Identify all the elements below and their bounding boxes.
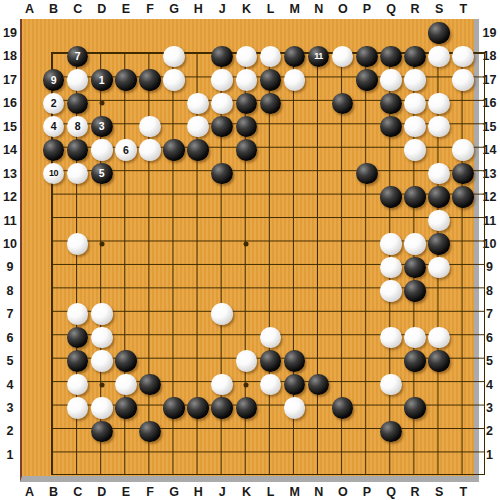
intersection-A2[interactable] <box>17 420 41 443</box>
intersection-K9[interactable] <box>234 256 258 279</box>
stone-black-M5[interactable] <box>284 350 306 372</box>
intersection-S8[interactable] <box>427 279 451 302</box>
intersection-B8[interactable] <box>42 279 66 302</box>
intersection-S12[interactable] <box>427 185 451 208</box>
intersection-J13[interactable] <box>210 162 234 185</box>
intersection-N10[interactable] <box>307 232 331 255</box>
stone-white-B16[interactable]: 2 <box>43 93 65 115</box>
intersection-L2[interactable] <box>258 420 282 443</box>
intersection-O12[interactable] <box>331 185 355 208</box>
intersection-N3[interactable] <box>307 396 331 419</box>
intersection-M19[interactable] <box>282 21 306 44</box>
intersection-C6[interactable] <box>66 326 90 349</box>
stone-white-L4[interactable] <box>260 374 282 396</box>
stone-black-E3[interactable] <box>115 397 137 419</box>
intersection-Q10[interactable] <box>379 232 403 255</box>
stone-black-G14[interactable] <box>163 139 185 161</box>
stone-white-Q6[interactable] <box>380 327 402 349</box>
intersection-F16[interactable] <box>138 92 162 115</box>
intersection-Q7[interactable] <box>379 303 403 326</box>
intersection-C11[interactable] <box>66 209 90 232</box>
intersection-T11[interactable] <box>451 209 475 232</box>
intersection-F13[interactable] <box>138 162 162 185</box>
intersection-N13[interactable] <box>307 162 331 185</box>
intersection-S16[interactable] <box>427 92 451 115</box>
intersection-F7[interactable] <box>138 303 162 326</box>
intersection-E8[interactable] <box>114 279 138 302</box>
intersection-G1[interactable] <box>162 443 186 466</box>
intersection-T19[interactable] <box>451 21 475 44</box>
intersection-E1[interactable] <box>114 443 138 466</box>
stone-white-C15[interactable]: 8 <box>67 116 89 138</box>
intersection-M12[interactable] <box>282 185 306 208</box>
intersection-A5[interactable] <box>17 349 41 372</box>
stone-white-D14[interactable] <box>91 139 113 161</box>
stone-black-L17[interactable] <box>260 69 282 91</box>
intersection-D10[interactable] <box>90 232 114 255</box>
stone-white-H16[interactable] <box>187 93 209 115</box>
stone-black-R18[interactable] <box>404 46 426 68</box>
intersection-O8[interactable] <box>331 279 355 302</box>
intersection-H8[interactable] <box>186 279 210 302</box>
intersection-L5[interactable] <box>258 349 282 372</box>
intersection-O10[interactable] <box>331 232 355 255</box>
intersection-S17[interactable] <box>427 68 451 91</box>
intersection-C8[interactable] <box>66 279 90 302</box>
intersection-K18[interactable] <box>234 45 258 68</box>
stone-black-N4[interactable] <box>308 374 330 396</box>
intersection-F10[interactable] <box>138 232 162 255</box>
stone-black-D15[interactable]: 3 <box>91 116 113 138</box>
intersection-F9[interactable] <box>138 256 162 279</box>
intersection-K12[interactable] <box>234 185 258 208</box>
intersection-Q4[interactable] <box>379 373 403 396</box>
intersection-B18[interactable] <box>42 45 66 68</box>
stone-white-F14[interactable] <box>139 139 161 161</box>
intersection-D3[interactable] <box>90 396 114 419</box>
intersection-L15[interactable] <box>258 115 282 138</box>
intersection-L18[interactable] <box>258 45 282 68</box>
stone-black-R9[interactable] <box>404 257 426 279</box>
intersection-M5[interactable] <box>282 349 306 372</box>
intersection-T9[interactable] <box>451 256 475 279</box>
intersection-L4[interactable] <box>258 373 282 396</box>
intersection-P17[interactable] <box>355 68 379 91</box>
intersection-K4[interactable] <box>234 373 258 396</box>
intersection-C4[interactable] <box>66 373 90 396</box>
intersection-K2[interactable] <box>234 420 258 443</box>
intersection-N1[interactable] <box>307 443 331 466</box>
intersection-G11[interactable] <box>162 209 186 232</box>
intersection-F19[interactable] <box>138 21 162 44</box>
intersection-P18[interactable] <box>355 45 379 68</box>
stone-white-K18[interactable] <box>236 46 258 68</box>
intersection-K3[interactable] <box>234 396 258 419</box>
intersection-J15[interactable] <box>210 115 234 138</box>
stone-black-K14[interactable] <box>236 139 258 161</box>
intersection-T1[interactable] <box>451 443 475 466</box>
intersection-A14[interactable] <box>17 138 41 161</box>
intersection-N17[interactable] <box>307 68 331 91</box>
intersection-J14[interactable] <box>210 138 234 161</box>
intersection-R9[interactable] <box>403 256 427 279</box>
intersection-T17[interactable] <box>451 68 475 91</box>
intersection-P14[interactable] <box>355 138 379 161</box>
intersection-R11[interactable] <box>403 209 427 232</box>
stone-white-S13[interactable] <box>428 163 450 185</box>
intersection-M6[interactable] <box>282 326 306 349</box>
stone-black-C5[interactable] <box>67 350 89 372</box>
stone-white-G17[interactable] <box>163 69 185 91</box>
intersection-J10[interactable] <box>210 232 234 255</box>
intersection-M16[interactable] <box>282 92 306 115</box>
intersection-Q6[interactable] <box>379 326 403 349</box>
intersection-N6[interactable] <box>307 326 331 349</box>
intersection-O2[interactable] <box>331 420 355 443</box>
intersection-M3[interactable] <box>282 396 306 419</box>
intersection-E14[interactable]: 6 <box>114 138 138 161</box>
intersection-S2[interactable] <box>427 420 451 443</box>
intersection-Q12[interactable] <box>379 185 403 208</box>
intersection-D15[interactable]: 3 <box>90 115 114 138</box>
intersection-S5[interactable] <box>427 349 451 372</box>
intersection-G4[interactable] <box>162 373 186 396</box>
intersection-F17[interactable] <box>138 68 162 91</box>
stone-black-K3[interactable] <box>236 397 258 419</box>
intersection-O18[interactable] <box>331 45 355 68</box>
intersection-M8[interactable] <box>282 279 306 302</box>
intersection-T18[interactable] <box>451 45 475 68</box>
intersection-L7[interactable] <box>258 303 282 326</box>
stone-white-S15[interactable] <box>428 116 450 138</box>
stone-black-T12[interactable] <box>452 186 474 208</box>
stone-white-D6[interactable] <box>91 327 113 349</box>
intersection-K10[interactable] <box>234 232 258 255</box>
intersection-G16[interactable] <box>162 92 186 115</box>
intersection-N9[interactable] <box>307 256 331 279</box>
stone-black-E5[interactable] <box>115 350 137 372</box>
intersection-N11[interactable] <box>307 209 331 232</box>
intersection-D19[interactable] <box>90 21 114 44</box>
intersection-A3[interactable] <box>17 396 41 419</box>
intersection-C1[interactable] <box>66 443 90 466</box>
intersection-J6[interactable] <box>210 326 234 349</box>
stone-black-R3[interactable] <box>404 397 426 419</box>
stone-black-C6[interactable] <box>67 327 89 349</box>
stone-black-Q12[interactable] <box>380 186 402 208</box>
intersection-T5[interactable] <box>451 349 475 372</box>
intersection-M17[interactable] <box>282 68 306 91</box>
intersection-L12[interactable] <box>258 185 282 208</box>
intersection-J12[interactable] <box>210 185 234 208</box>
intersection-O13[interactable] <box>331 162 355 185</box>
stone-black-Q16[interactable] <box>380 93 402 115</box>
intersection-Q19[interactable] <box>379 21 403 44</box>
intersection-Q2[interactable] <box>379 420 403 443</box>
intersection-N14[interactable] <box>307 138 331 161</box>
intersection-N5[interactable] <box>307 349 331 372</box>
intersection-C10[interactable] <box>66 232 90 255</box>
intersection-E4[interactable] <box>114 373 138 396</box>
intersection-P19[interactable] <box>355 21 379 44</box>
stone-white-C3[interactable] <box>67 397 89 419</box>
stone-black-S19[interactable] <box>428 22 450 44</box>
intersection-A6[interactable] <box>17 326 41 349</box>
intersection-R2[interactable] <box>403 420 427 443</box>
intersection-A13[interactable] <box>17 162 41 185</box>
intersection-E5[interactable] <box>114 349 138 372</box>
intersection-G3[interactable] <box>162 396 186 419</box>
stone-white-E14[interactable]: 6 <box>115 139 137 161</box>
intersection-J3[interactable] <box>210 396 234 419</box>
intersection-H17[interactable] <box>186 68 210 91</box>
intersection-L13[interactable] <box>258 162 282 185</box>
intersection-S1[interactable] <box>427 443 451 466</box>
intersection-D8[interactable] <box>90 279 114 302</box>
intersection-N18[interactable]: 11 <box>307 45 331 68</box>
intersection-K17[interactable] <box>234 68 258 91</box>
intersection-C18[interactable]: 7 <box>66 45 90 68</box>
intersection-K19[interactable] <box>234 21 258 44</box>
intersection-P8[interactable] <box>355 279 379 302</box>
stone-black-C14[interactable] <box>67 139 89 161</box>
intersection-D12[interactable] <box>90 185 114 208</box>
intersection-L9[interactable] <box>258 256 282 279</box>
intersection-C19[interactable] <box>66 21 90 44</box>
stone-white-S6[interactable] <box>428 327 450 349</box>
intersection-R16[interactable] <box>403 92 427 115</box>
stone-white-J4[interactable] <box>211 374 233 396</box>
intersection-L17[interactable] <box>258 68 282 91</box>
intersection-E11[interactable] <box>114 209 138 232</box>
stone-black-E17[interactable] <box>115 69 137 91</box>
intersection-G12[interactable] <box>162 185 186 208</box>
stone-white-M3[interactable] <box>284 397 306 419</box>
intersection-R3[interactable] <box>403 396 427 419</box>
stone-black-T13[interactable] <box>452 163 474 185</box>
intersection-A1[interactable] <box>17 443 41 466</box>
intersection-P9[interactable] <box>355 256 379 279</box>
intersection-P3[interactable] <box>355 396 379 419</box>
stone-white-B13[interactable]: 10 <box>43 163 65 185</box>
stone-white-D5[interactable] <box>91 350 113 372</box>
intersection-A15[interactable] <box>17 115 41 138</box>
intersection-Q14[interactable] <box>379 138 403 161</box>
intersection-B16[interactable]: 2 <box>42 92 66 115</box>
intersection-S15[interactable] <box>427 115 451 138</box>
intersection-H16[interactable] <box>186 92 210 115</box>
stone-black-R5[interactable] <box>404 350 426 372</box>
intersection-J18[interactable] <box>210 45 234 68</box>
intersection-E2[interactable] <box>114 420 138 443</box>
intersection-T10[interactable] <box>451 232 475 255</box>
stone-white-T18[interactable] <box>452 46 474 68</box>
intersection-J8[interactable] <box>210 279 234 302</box>
intersection-G10[interactable] <box>162 232 186 255</box>
stone-black-D17[interactable]: 1 <box>91 69 113 91</box>
intersection-M9[interactable] <box>282 256 306 279</box>
stone-white-K17[interactable] <box>236 69 258 91</box>
stone-black-J3[interactable] <box>211 397 233 419</box>
stone-black-J18[interactable] <box>211 46 233 68</box>
stone-black-K16[interactable] <box>236 93 258 115</box>
intersection-B7[interactable] <box>42 303 66 326</box>
intersection-H11[interactable] <box>186 209 210 232</box>
intersection-L14[interactable] <box>258 138 282 161</box>
stone-black-O3[interactable] <box>332 397 354 419</box>
intersection-L1[interactable] <box>258 443 282 466</box>
intersection-O4[interactable] <box>331 373 355 396</box>
intersection-B1[interactable] <box>42 443 66 466</box>
intersection-C5[interactable] <box>66 349 90 372</box>
intersection-B3[interactable] <box>42 396 66 419</box>
intersection-C15[interactable]: 8 <box>66 115 90 138</box>
intersection-D17[interactable]: 1 <box>90 68 114 91</box>
intersection-H9[interactable] <box>186 256 210 279</box>
intersection-H4[interactable] <box>186 373 210 396</box>
intersection-P6[interactable] <box>355 326 379 349</box>
intersection-F4[interactable] <box>138 373 162 396</box>
intersection-B10[interactable] <box>42 232 66 255</box>
intersection-R7[interactable] <box>403 303 427 326</box>
intersection-K14[interactable] <box>234 138 258 161</box>
intersection-R5[interactable] <box>403 349 427 372</box>
intersection-J5[interactable] <box>210 349 234 372</box>
intersection-B15[interactable]: 4 <box>42 115 66 138</box>
intersection-P2[interactable] <box>355 420 379 443</box>
stone-white-E4[interactable] <box>115 374 137 396</box>
intersection-J4[interactable] <box>210 373 234 396</box>
intersection-H6[interactable] <box>186 326 210 349</box>
intersection-R1[interactable] <box>403 443 427 466</box>
stone-black-Q18[interactable] <box>380 46 402 68</box>
stone-black-R8[interactable] <box>404 280 426 302</box>
intersection-R17[interactable] <box>403 68 427 91</box>
intersection-H12[interactable] <box>186 185 210 208</box>
intersection-T16[interactable] <box>451 92 475 115</box>
intersection-H14[interactable] <box>186 138 210 161</box>
stone-black-M18[interactable] <box>284 46 306 68</box>
intersection-H3[interactable] <box>186 396 210 419</box>
intersection-C3[interactable] <box>66 396 90 419</box>
intersection-A16[interactable] <box>17 92 41 115</box>
intersection-E18[interactable] <box>114 45 138 68</box>
intersection-O19[interactable] <box>331 21 355 44</box>
stone-white-S9[interactable] <box>428 257 450 279</box>
intersection-G8[interactable] <box>162 279 186 302</box>
intersection-H1[interactable] <box>186 443 210 466</box>
stone-black-B14[interactable] <box>43 139 65 161</box>
intersection-L8[interactable] <box>258 279 282 302</box>
intersection-R15[interactable] <box>403 115 427 138</box>
intersection-A10[interactable] <box>17 232 41 255</box>
stone-white-J7[interactable] <box>211 303 233 325</box>
intersection-N16[interactable] <box>307 92 331 115</box>
intersection-B14[interactable] <box>42 138 66 161</box>
intersection-N7[interactable] <box>307 303 331 326</box>
intersection-M7[interactable] <box>282 303 306 326</box>
stone-white-T17[interactable] <box>452 69 474 91</box>
stone-white-R10[interactable] <box>404 233 426 255</box>
intersection-S9[interactable] <box>427 256 451 279</box>
intersection-S10[interactable] <box>427 232 451 255</box>
stone-white-L18[interactable] <box>260 46 282 68</box>
intersection-K8[interactable] <box>234 279 258 302</box>
intersection-H2[interactable] <box>186 420 210 443</box>
intersection-K6[interactable] <box>234 326 258 349</box>
intersection-B17[interactable]: 9 <box>42 68 66 91</box>
intersection-B12[interactable] <box>42 185 66 208</box>
stone-black-F17[interactable] <box>139 69 161 91</box>
intersection-C12[interactable] <box>66 185 90 208</box>
intersection-K7[interactable] <box>234 303 258 326</box>
intersection-M15[interactable] <box>282 115 306 138</box>
intersection-R18[interactable] <box>403 45 427 68</box>
stone-white-G18[interactable] <box>163 46 185 68</box>
stone-black-C18[interactable]: 7 <box>67 46 89 68</box>
stone-black-L5[interactable] <box>260 350 282 372</box>
intersection-S6[interactable] <box>427 326 451 349</box>
intersection-Q13[interactable] <box>379 162 403 185</box>
intersection-P7[interactable] <box>355 303 379 326</box>
intersection-A12[interactable] <box>17 185 41 208</box>
intersection-S14[interactable] <box>427 138 451 161</box>
intersection-P15[interactable] <box>355 115 379 138</box>
intersection-H19[interactable] <box>186 21 210 44</box>
stone-white-D7[interactable] <box>91 303 113 325</box>
intersection-G13[interactable] <box>162 162 186 185</box>
stone-white-J16[interactable] <box>211 93 233 115</box>
intersection-O1[interactable] <box>331 443 355 466</box>
stone-black-B17[interactable]: 9 <box>43 69 65 91</box>
stone-black-K15[interactable] <box>236 116 258 138</box>
stone-white-H15[interactable] <box>187 116 209 138</box>
stone-white-R14[interactable] <box>404 139 426 161</box>
intersection-J9[interactable] <box>210 256 234 279</box>
intersection-R14[interactable] <box>403 138 427 161</box>
intersection-Q8[interactable] <box>379 279 403 302</box>
intersection-O9[interactable] <box>331 256 355 279</box>
stone-black-C16[interactable] <box>67 93 89 115</box>
intersection-D2[interactable] <box>90 420 114 443</box>
stone-white-O18[interactable] <box>332 46 354 68</box>
intersection-A8[interactable] <box>17 279 41 302</box>
intersection-G14[interactable] <box>162 138 186 161</box>
intersection-D1[interactable] <box>90 443 114 466</box>
intersection-C7[interactable] <box>66 303 90 326</box>
intersection-F2[interactable] <box>138 420 162 443</box>
intersection-E16[interactable] <box>114 92 138 115</box>
stone-white-R6[interactable] <box>404 327 426 349</box>
intersection-K13[interactable] <box>234 162 258 185</box>
stone-black-O16[interactable] <box>332 93 354 115</box>
intersection-T14[interactable] <box>451 138 475 161</box>
intersection-G17[interactable] <box>162 68 186 91</box>
intersection-R6[interactable] <box>403 326 427 349</box>
intersection-A7[interactable] <box>17 303 41 326</box>
intersection-R8[interactable] <box>403 279 427 302</box>
stone-black-F4[interactable] <box>139 374 161 396</box>
intersection-E13[interactable] <box>114 162 138 185</box>
intersection-Q16[interactable] <box>379 92 403 115</box>
intersection-H13[interactable] <box>186 162 210 185</box>
intersection-K5[interactable] <box>234 349 258 372</box>
intersection-P11[interactable] <box>355 209 379 232</box>
intersection-L19[interactable] <box>258 21 282 44</box>
intersection-J1[interactable] <box>210 443 234 466</box>
stone-white-R17[interactable] <box>404 69 426 91</box>
stone-white-Q9[interactable] <box>380 257 402 279</box>
